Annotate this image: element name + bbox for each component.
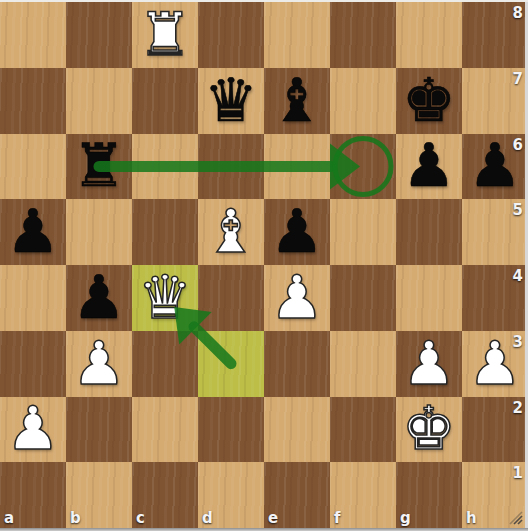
chess-board[interactable]: ♜8♛♝♚7♜♟♟6♟♝♟5♟♛♟4♟♟♟3♟♚2abcdefg1h	[0, 2, 528, 528]
square-d8[interactable]	[198, 2, 264, 68]
square-c5[interactable]	[132, 199, 198, 265]
rank-label-4: 4	[513, 267, 523, 285]
square-e8[interactable]	[264, 2, 330, 68]
square-a6[interactable]	[0, 134, 66, 200]
square-c8[interactable]: ♜	[132, 2, 198, 68]
file-label-d: d	[202, 509, 213, 527]
square-e5[interactable]: ♟	[264, 199, 330, 265]
square-b7[interactable]	[66, 68, 132, 134]
square-d1[interactable]: d	[198, 462, 264, 528]
file-label-b: b	[70, 509, 81, 527]
rank-label-5: 5	[513, 201, 523, 219]
rank-label-7: 7	[513, 70, 523, 88]
square-h7[interactable]: 7	[462, 68, 528, 134]
square-a4[interactable]	[0, 265, 66, 331]
file-label-e: e	[268, 509, 278, 527]
square-h5[interactable]: 5	[462, 199, 528, 265]
square-g4[interactable]	[396, 265, 462, 331]
black-pawn[interactable]: ♟	[402, 135, 456, 195]
square-c2[interactable]	[132, 397, 198, 463]
square-b6[interactable]: ♜	[66, 134, 132, 200]
square-g3[interactable]: ♟	[396, 331, 462, 397]
rank-label-8: 8	[513, 4, 523, 22]
white-king[interactable]: ♚	[402, 398, 456, 458]
square-h6[interactable]: ♟6	[462, 134, 528, 200]
board-top-border	[0, 0, 528, 2]
white-pawn[interactable]: ♟	[402, 333, 456, 393]
square-f2[interactable]	[330, 397, 396, 463]
square-b2[interactable]	[66, 397, 132, 463]
square-d4[interactable]	[198, 265, 264, 331]
black-queen[interactable]: ♛	[204, 70, 258, 130]
square-e3[interactable]	[264, 331, 330, 397]
square-g2[interactable]: ♚	[396, 397, 462, 463]
square-b4[interactable]: ♟	[66, 265, 132, 331]
square-d3[interactable]	[198, 331, 264, 397]
square-h8[interactable]: 8	[462, 2, 528, 68]
white-pawn[interactable]: ♟	[270, 267, 324, 327]
square-b5[interactable]	[66, 199, 132, 265]
chess-board-app: ♜8♛♝♚7♜♟♟6♟♝♟5♟♛♟4♟♟♟3♟♚2abcdefg1h	[0, 0, 528, 531]
square-f3[interactable]	[330, 331, 396, 397]
square-f1[interactable]: f	[330, 462, 396, 528]
square-f7[interactable]	[330, 68, 396, 134]
square-h4[interactable]: 4	[462, 265, 528, 331]
file-label-a: a	[4, 509, 14, 527]
black-rook[interactable]: ♜	[72, 135, 126, 195]
square-a2[interactable]: ♟	[0, 397, 66, 463]
black-bishop[interactable]: ♝	[270, 70, 324, 130]
square-f5[interactable]	[330, 199, 396, 265]
square-g5[interactable]	[396, 199, 462, 265]
square-g1[interactable]: g	[396, 462, 462, 528]
square-c1[interactable]: c	[132, 462, 198, 528]
board-resize-handle-icon[interactable]	[509, 510, 523, 524]
square-c6[interactable]	[132, 134, 198, 200]
square-a8[interactable]	[0, 2, 66, 68]
square-c7[interactable]	[132, 68, 198, 134]
white-pawn[interactable]: ♟	[6, 398, 60, 458]
square-e1[interactable]: e	[264, 462, 330, 528]
black-king[interactable]: ♚	[402, 70, 456, 130]
square-e2[interactable]	[264, 397, 330, 463]
square-d6[interactable]	[198, 134, 264, 200]
square-e4[interactable]: ♟	[264, 265, 330, 331]
white-rook[interactable]: ♜	[138, 4, 192, 64]
square-b8[interactable]	[66, 2, 132, 68]
file-label-c: c	[136, 509, 145, 527]
square-h3[interactable]: ♟3	[462, 331, 528, 397]
square-c4[interactable]: ♛	[132, 265, 198, 331]
rank-label-1: 1	[513, 464, 523, 482]
white-bishop[interactable]: ♝	[204, 201, 258, 261]
square-b3[interactable]: ♟	[66, 331, 132, 397]
square-a3[interactable]	[0, 331, 66, 397]
file-label-f: f	[334, 509, 341, 527]
black-pawn[interactable]: ♟	[270, 201, 324, 261]
square-a7[interactable]	[0, 68, 66, 134]
black-pawn[interactable]: ♟	[468, 135, 522, 195]
white-queen[interactable]: ♛	[138, 267, 192, 327]
square-a5[interactable]: ♟	[0, 199, 66, 265]
square-f8[interactable]	[330, 2, 396, 68]
white-pawn[interactable]: ♟	[468, 333, 522, 393]
square-d2[interactable]	[198, 397, 264, 463]
square-f6[interactable]	[330, 134, 396, 200]
file-label-h: h	[466, 509, 477, 527]
black-pawn[interactable]: ♟	[6, 201, 60, 261]
white-pawn[interactable]: ♟	[72, 333, 126, 393]
square-f4[interactable]	[330, 265, 396, 331]
file-label-g: g	[400, 509, 411, 527]
square-c3[interactable]	[132, 331, 198, 397]
square-g7[interactable]: ♚	[396, 68, 462, 134]
square-g8[interactable]	[396, 2, 462, 68]
square-d7[interactable]: ♛	[198, 68, 264, 134]
rank-label-2: 2	[513, 399, 523, 417]
square-b1[interactable]: b	[66, 462, 132, 528]
square-h2[interactable]: 2	[462, 397, 528, 463]
square-d5[interactable]: ♝	[198, 199, 264, 265]
square-g6[interactable]: ♟	[396, 134, 462, 200]
black-pawn[interactable]: ♟	[72, 267, 126, 327]
square-a1[interactable]: a	[0, 462, 66, 528]
square-e7[interactable]: ♝	[264, 68, 330, 134]
square-e6[interactable]	[264, 134, 330, 200]
